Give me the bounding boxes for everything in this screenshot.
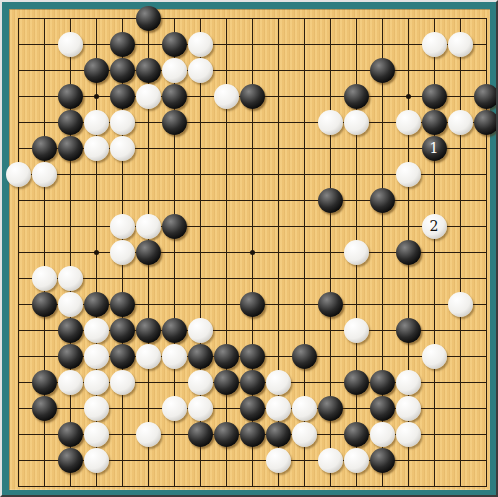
- black-stone: [240, 396, 265, 421]
- white-stone: [136, 214, 161, 239]
- black-stone: [58, 448, 83, 473]
- black-stone: [344, 422, 369, 447]
- white-stone: [58, 292, 83, 317]
- black-stone: [162, 318, 187, 343]
- white-stone: [214, 84, 239, 109]
- black-stone: [110, 344, 135, 369]
- white-stone: [344, 448, 369, 473]
- white-stone: [84, 344, 109, 369]
- black-stone: [188, 422, 213, 447]
- white-stone: [32, 162, 57, 187]
- white-stone: [84, 318, 109, 343]
- black-stone: [370, 396, 395, 421]
- white-stone: [84, 422, 109, 447]
- black-stone: [110, 32, 135, 57]
- black-stone: [32, 292, 57, 317]
- black-stone: [110, 318, 135, 343]
- black-stone: [58, 422, 83, 447]
- white-stone: [396, 422, 421, 447]
- white-stone: [318, 448, 343, 473]
- white-stone: [448, 292, 473, 317]
- black-stone: [396, 318, 421, 343]
- white-stone: [84, 136, 109, 161]
- black-stone: [84, 292, 109, 317]
- black-stone: [292, 344, 317, 369]
- black-stone: [58, 110, 83, 135]
- black-stone: [344, 84, 369, 109]
- white-stone: [136, 344, 161, 369]
- black-stone: [240, 422, 265, 447]
- black-stone: [110, 58, 135, 83]
- white-stone: [58, 32, 83, 57]
- white-stone: [396, 396, 421, 421]
- white-stone: [32, 266, 57, 291]
- black-stone: [136, 58, 161, 83]
- move-number-label: 2: [430, 219, 439, 233]
- grid-line-horizontal: [18, 486, 487, 487]
- white-stone: [266, 370, 291, 395]
- black-stone: [58, 318, 83, 343]
- black-stone: [162, 32, 187, 57]
- black-stone: [32, 396, 57, 421]
- black-stone: [162, 110, 187, 135]
- black-stone: [396, 240, 421, 265]
- black-stone: [214, 370, 239, 395]
- white-stone: [188, 396, 213, 421]
- white-stone: [344, 240, 369, 265]
- white-stone: [448, 32, 473, 57]
- white-stone: [318, 110, 343, 135]
- black-stone: [136, 6, 161, 31]
- black-stone: [240, 370, 265, 395]
- white-stone: [292, 422, 317, 447]
- black-stone: [32, 136, 57, 161]
- white-stone: [58, 370, 83, 395]
- black-stone: [58, 344, 83, 369]
- black-stone: [240, 84, 265, 109]
- black-stone: [370, 448, 395, 473]
- white-stone: [84, 110, 109, 135]
- star-point: [250, 250, 255, 255]
- black-stone: [422, 84, 447, 109]
- black-stone: [318, 396, 343, 421]
- white-stone: [110, 370, 135, 395]
- white-stone: [162, 344, 187, 369]
- black-stone: [162, 84, 187, 109]
- black-stone: [266, 422, 291, 447]
- white-stone: 2: [422, 214, 447, 239]
- white-stone: [188, 32, 213, 57]
- star-point: [94, 250, 99, 255]
- black-stone: [162, 214, 187, 239]
- white-stone: [422, 32, 447, 57]
- white-stone: [370, 422, 395, 447]
- white-stone: [84, 396, 109, 421]
- black-stone: [240, 344, 265, 369]
- black-stone: [370, 370, 395, 395]
- move-number-label: 1: [430, 141, 439, 155]
- white-stone: [344, 110, 369, 135]
- go-diagram-window: 12: [0, 0, 498, 497]
- black-stone: [240, 292, 265, 317]
- white-stone: [162, 58, 187, 83]
- black-stone: [214, 422, 239, 447]
- black-stone: [318, 292, 343, 317]
- white-stone: [422, 344, 447, 369]
- grid-line-horizontal: [18, 278, 487, 279]
- white-stone: [266, 396, 291, 421]
- white-stone: [292, 396, 317, 421]
- black-stone: [474, 110, 498, 135]
- star-point: [406, 94, 411, 99]
- white-stone: [84, 448, 109, 473]
- black-stone: [318, 188, 343, 213]
- white-stone: [188, 318, 213, 343]
- black-stone: [58, 136, 83, 161]
- white-stone: [84, 370, 109, 395]
- white-stone: [110, 110, 135, 135]
- black-stone: [344, 370, 369, 395]
- white-stone: [188, 58, 213, 83]
- black-stone: [214, 344, 239, 369]
- white-stone: [136, 422, 161, 447]
- white-stone: [344, 318, 369, 343]
- white-stone: [266, 448, 291, 473]
- white-stone: [396, 110, 421, 135]
- black-stone: [136, 240, 161, 265]
- black-stone: [136, 318, 161, 343]
- white-stone: [110, 240, 135, 265]
- black-stone: [188, 344, 213, 369]
- black-stone: [84, 58, 109, 83]
- black-stone: [474, 84, 498, 109]
- black-stone: [110, 84, 135, 109]
- white-stone: [188, 370, 213, 395]
- white-stone: [6, 162, 31, 187]
- black-stone: [422, 110, 447, 135]
- white-stone: [448, 110, 473, 135]
- black-stone: [32, 370, 57, 395]
- grid-line-vertical: [460, 18, 461, 487]
- black-stone: [370, 188, 395, 213]
- white-stone: [396, 162, 421, 187]
- black-stone: [370, 58, 395, 83]
- white-stone: [396, 370, 421, 395]
- star-point: [94, 94, 99, 99]
- black-stone: [58, 84, 83, 109]
- black-stone: 1: [422, 136, 447, 161]
- white-stone: [136, 84, 161, 109]
- white-stone: [58, 266, 83, 291]
- white-stone: [110, 136, 135, 161]
- black-stone: [110, 292, 135, 317]
- white-stone: [110, 214, 135, 239]
- white-stone: [162, 396, 187, 421]
